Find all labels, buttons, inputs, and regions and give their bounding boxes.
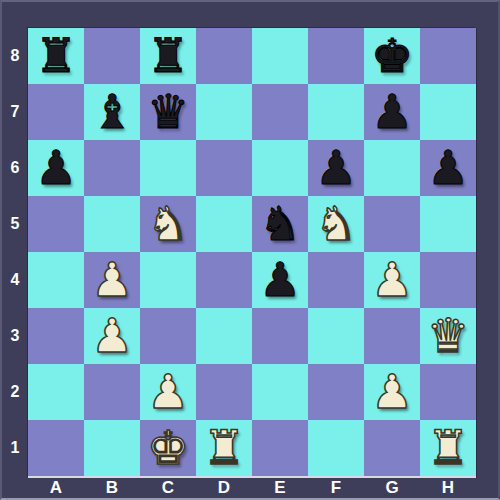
piece-black-bishop[interactable]: ♝	[91, 84, 133, 140]
piece-black-rook[interactable]: ♜	[147, 28, 189, 84]
square-b3[interactable]: ♟	[84, 308, 140, 364]
square-b2[interactable]	[84, 364, 140, 420]
square-d4[interactable]	[196, 252, 252, 308]
rank-label-3: 3	[2, 308, 28, 364]
square-h5[interactable]	[420, 196, 476, 252]
square-c3[interactable]	[140, 308, 196, 364]
chess-board-window: 87654321 ♜♜♚♝♛♟♟♟♟♞♞♞♟♟♟♟♛♟♟♚♜♜ ABCDEFGH	[0, 0, 500, 500]
square-g5[interactable]	[364, 196, 420, 252]
square-c4[interactable]	[140, 252, 196, 308]
square-c2[interactable]: ♟	[140, 364, 196, 420]
file-label-g: G	[364, 476, 420, 498]
piece-white-knight[interactable]: ♞	[147, 196, 189, 252]
rank-labels: 87654321	[2, 28, 28, 476]
file-label-h: H	[420, 476, 476, 498]
square-e4[interactable]: ♟	[252, 252, 308, 308]
square-e8[interactable]	[252, 28, 308, 84]
square-f2[interactable]	[308, 364, 364, 420]
piece-black-rook[interactable]: ♜	[35, 28, 77, 84]
file-label-b: B	[84, 476, 140, 498]
square-a6[interactable]: ♟	[28, 140, 84, 196]
square-h6[interactable]: ♟	[420, 140, 476, 196]
square-b1[interactable]	[84, 420, 140, 476]
square-e3[interactable]	[252, 308, 308, 364]
file-label-c: C	[140, 476, 196, 498]
square-d8[interactable]	[196, 28, 252, 84]
piece-white-knight[interactable]: ♞	[315, 196, 357, 252]
piece-black-pawn[interactable]: ♟	[259, 252, 301, 308]
square-d7[interactable]	[196, 84, 252, 140]
square-g1[interactable]	[364, 420, 420, 476]
piece-white-pawn[interactable]: ♟	[371, 364, 413, 420]
square-d2[interactable]	[196, 364, 252, 420]
piece-black-knight[interactable]: ♞	[259, 196, 301, 252]
square-c1[interactable]: ♚	[140, 420, 196, 476]
square-g7[interactable]: ♟	[364, 84, 420, 140]
square-f7[interactable]	[308, 84, 364, 140]
square-h8[interactable]	[420, 28, 476, 84]
piece-white-rook[interactable]: ♜	[203, 420, 245, 476]
square-d1[interactable]: ♜	[196, 420, 252, 476]
square-h3[interactable]: ♛	[420, 308, 476, 364]
square-f4[interactable]	[308, 252, 364, 308]
square-a7[interactable]	[28, 84, 84, 140]
square-g4[interactable]: ♟	[364, 252, 420, 308]
rank-label-5: 5	[2, 196, 28, 252]
square-e6[interactable]	[252, 140, 308, 196]
piece-white-king[interactable]: ♚	[147, 420, 189, 476]
square-c5[interactable]: ♞	[140, 196, 196, 252]
piece-white-pawn[interactable]: ♟	[91, 308, 133, 364]
square-b6[interactable]	[84, 140, 140, 196]
rank-label-2: 2	[2, 364, 28, 420]
file-label-d: D	[196, 476, 252, 498]
square-b8[interactable]	[84, 28, 140, 84]
file-labels: ABCDEFGH	[28, 476, 476, 498]
square-f6[interactable]: ♟	[308, 140, 364, 196]
square-a2[interactable]	[28, 364, 84, 420]
file-label-e: E	[252, 476, 308, 498]
square-g6[interactable]	[364, 140, 420, 196]
square-c6[interactable]	[140, 140, 196, 196]
rank-label-1: 1	[2, 420, 28, 476]
square-h2[interactable]	[420, 364, 476, 420]
square-b4[interactable]: ♟	[84, 252, 140, 308]
piece-white-pawn[interactable]: ♟	[371, 252, 413, 308]
rank-label-4: 4	[2, 252, 28, 308]
rank-label-7: 7	[2, 84, 28, 140]
square-e2[interactable]	[252, 364, 308, 420]
square-a3[interactable]	[28, 308, 84, 364]
piece-white-queen[interactable]: ♛	[427, 308, 469, 364]
piece-black-pawn[interactable]: ♟	[427, 140, 469, 196]
square-e5[interactable]: ♞	[252, 196, 308, 252]
square-d5[interactable]	[196, 196, 252, 252]
square-h7[interactable]	[420, 84, 476, 140]
square-g3[interactable]	[364, 308, 420, 364]
piece-black-pawn[interactable]: ♟	[315, 140, 357, 196]
square-a5[interactable]	[28, 196, 84, 252]
square-d3[interactable]	[196, 308, 252, 364]
square-c7[interactable]: ♛	[140, 84, 196, 140]
square-b5[interactable]	[84, 196, 140, 252]
rank-label-6: 6	[2, 140, 28, 196]
square-a1[interactable]	[28, 420, 84, 476]
piece-black-queen[interactable]: ♛	[147, 84, 189, 140]
file-label-f: F	[308, 476, 364, 498]
file-label-a: A	[28, 476, 84, 498]
square-b7[interactable]: ♝	[84, 84, 140, 140]
square-g8[interactable]: ♚	[364, 28, 420, 84]
piece-black-king[interactable]: ♚	[371, 28, 413, 84]
square-a4[interactable]	[28, 252, 84, 308]
piece-white-rook[interactable]: ♜	[427, 420, 469, 476]
square-d6[interactable]	[196, 140, 252, 196]
square-g2[interactable]: ♟	[364, 364, 420, 420]
square-h4[interactable]	[420, 252, 476, 308]
piece-black-pawn[interactable]: ♟	[35, 140, 77, 196]
square-f8[interactable]	[308, 28, 364, 84]
piece-white-pawn[interactable]: ♟	[147, 364, 189, 420]
square-e1[interactable]	[252, 420, 308, 476]
square-e7[interactable]	[252, 84, 308, 140]
square-f5[interactable]: ♞	[308, 196, 364, 252]
square-a8[interactable]: ♜	[28, 28, 84, 84]
piece-white-pawn[interactable]: ♟	[91, 252, 133, 308]
chess-board: ♜♜♚♝♛♟♟♟♟♞♞♞♟♟♟♟♛♟♟♚♜♜	[28, 28, 476, 478]
square-c8[interactable]: ♜	[140, 28, 196, 84]
square-h1[interactable]: ♜	[420, 420, 476, 476]
rank-label-8: 8	[2, 28, 28, 84]
square-f1[interactable]	[308, 420, 364, 476]
piece-black-pawn[interactable]: ♟	[371, 84, 413, 140]
square-f3[interactable]	[308, 308, 364, 364]
